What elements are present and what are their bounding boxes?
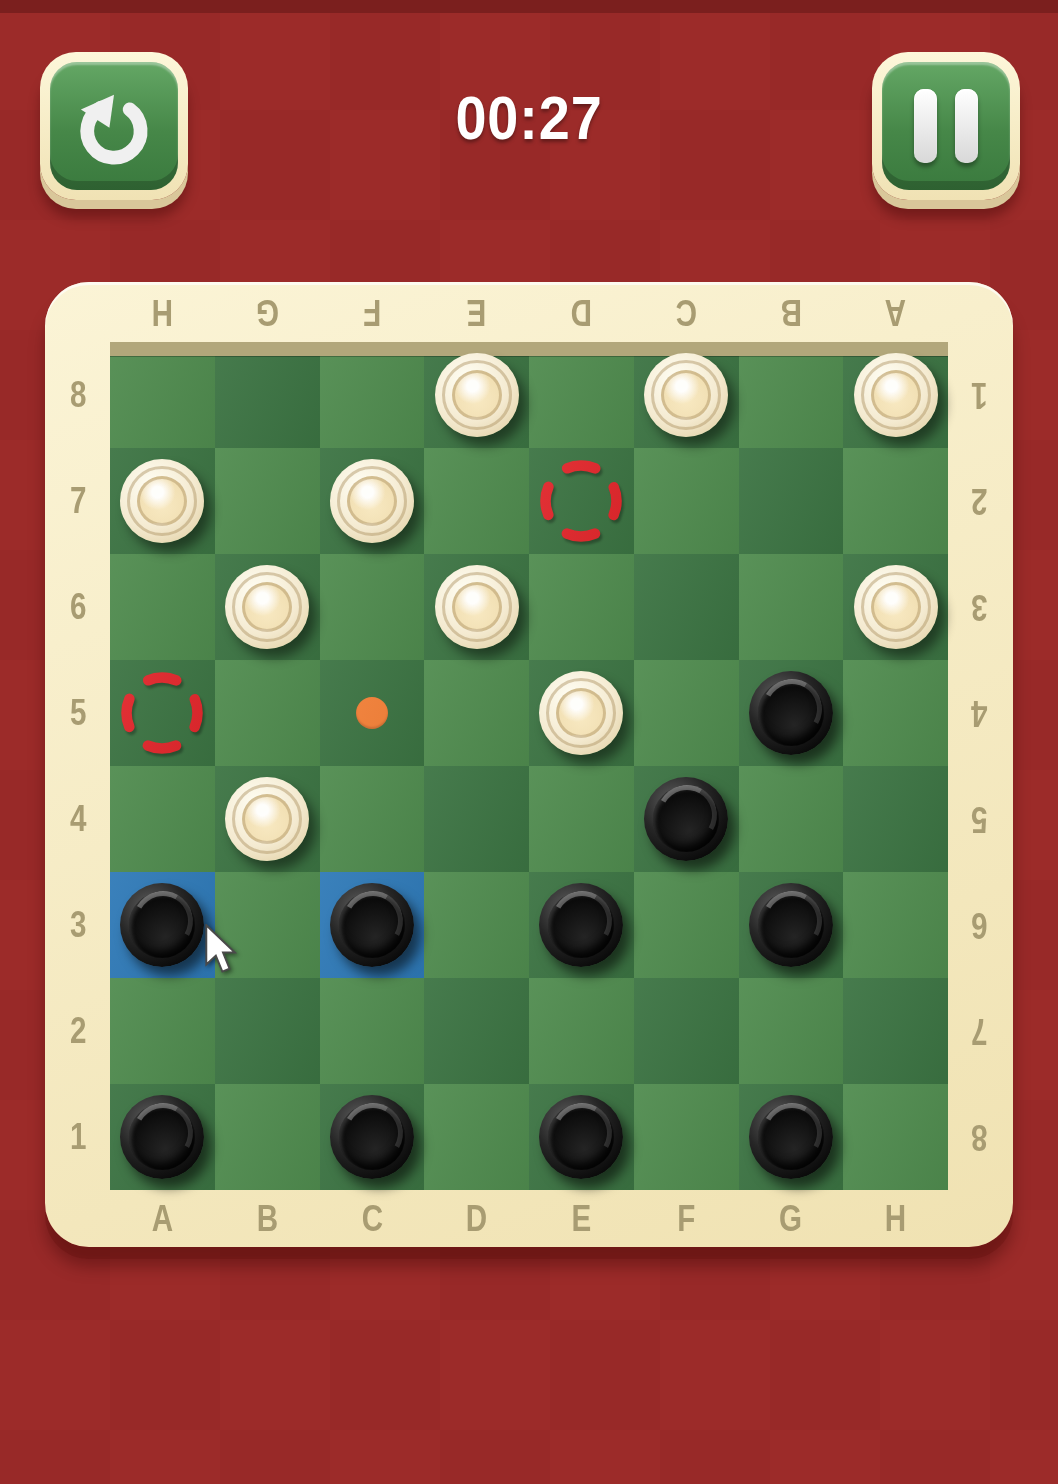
- square-g7[interactable]: [739, 448, 844, 554]
- move-dot-c5: [356, 697, 388, 729]
- square-c7[interactable]: [320, 448, 425, 554]
- black-piece-c1[interactable]: [330, 1095, 414, 1179]
- square-b6[interactable]: [215, 554, 320, 660]
- capture-target-ring-e7: [533, 453, 629, 549]
- square-h8[interactable]: [843, 342, 948, 448]
- white-piece-d6[interactable]: [435, 565, 519, 649]
- square-d1[interactable]: [424, 1084, 529, 1190]
- white-piece-h8[interactable]: [854, 353, 938, 437]
- square-b2[interactable]: [215, 978, 320, 1084]
- square-e5[interactable]: [529, 660, 634, 766]
- square-c5[interactable]: [320, 660, 425, 766]
- square-a2[interactable]: [110, 978, 215, 1084]
- mouse-cursor: [203, 924, 237, 974]
- square-h4[interactable]: [843, 766, 948, 872]
- square-a7[interactable]: [110, 448, 215, 554]
- square-b4[interactable]: [215, 766, 320, 872]
- square-d8[interactable]: [424, 342, 529, 448]
- square-c2[interactable]: [320, 978, 425, 1084]
- square-e1[interactable]: [529, 1084, 634, 1190]
- square-b1[interactable]: [215, 1084, 320, 1190]
- square-b5[interactable]: [215, 660, 320, 766]
- square-h1[interactable]: [843, 1084, 948, 1190]
- square-h7[interactable]: [843, 448, 948, 554]
- timer-display: 00:27: [53, 82, 1005, 153]
- square-f3[interactable]: [634, 872, 739, 978]
- white-piece-b6[interactable]: [225, 565, 309, 649]
- square-g1[interactable]: [739, 1084, 844, 1190]
- black-piece-a3[interactable]: [120, 883, 204, 967]
- square-e7[interactable]: [529, 448, 634, 554]
- square-c3[interactable]: [320, 872, 425, 978]
- square-c6[interactable]: [320, 554, 425, 660]
- square-f4[interactable]: [634, 766, 739, 872]
- square-f1[interactable]: [634, 1084, 739, 1190]
- square-f6[interactable]: [634, 554, 739, 660]
- white-piece-f8[interactable]: [644, 353, 728, 437]
- square-c8[interactable]: [320, 342, 425, 448]
- pause-bars-icon: [905, 89, 987, 163]
- square-d7[interactable]: [424, 448, 529, 554]
- square-a4[interactable]: [110, 766, 215, 872]
- square-d2[interactable]: [424, 978, 529, 1084]
- square-f2[interactable]: [634, 978, 739, 1084]
- square-f7[interactable]: [634, 448, 739, 554]
- square-g6[interactable]: [739, 554, 844, 660]
- square-e8[interactable]: [529, 342, 634, 448]
- square-g3[interactable]: [739, 872, 844, 978]
- black-piece-e3[interactable]: [539, 883, 623, 967]
- pause-button[interactable]: [872, 52, 1020, 200]
- white-piece-e5[interactable]: [539, 671, 623, 755]
- square-h6[interactable]: [843, 554, 948, 660]
- square-f5[interactable]: [634, 660, 739, 766]
- black-piece-g1[interactable]: [749, 1095, 833, 1179]
- square-a1[interactable]: [110, 1084, 215, 1190]
- square-a6[interactable]: [110, 554, 215, 660]
- square-e3[interactable]: [529, 872, 634, 978]
- checkers-board[interactable]: [110, 342, 948, 1190]
- square-e6[interactable]: [529, 554, 634, 660]
- square-g4[interactable]: [739, 766, 844, 872]
- white-piece-b4[interactable]: [225, 777, 309, 861]
- square-b8[interactable]: [215, 342, 320, 448]
- top-dark-band: [0, 0, 1058, 13]
- black-piece-a1[interactable]: [120, 1095, 204, 1179]
- square-g8[interactable]: [739, 342, 844, 448]
- black-piece-f4[interactable]: [644, 777, 728, 861]
- square-a5[interactable]: [110, 660, 215, 766]
- white-piece-a7[interactable]: [120, 459, 204, 543]
- square-d3[interactable]: [424, 872, 529, 978]
- square-e4[interactable]: [529, 766, 634, 872]
- white-piece-d8[interactable]: [435, 353, 519, 437]
- square-b7[interactable]: [215, 448, 320, 554]
- square-d5[interactable]: [424, 660, 529, 766]
- square-h5[interactable]: [843, 660, 948, 766]
- black-piece-e1[interactable]: [539, 1095, 623, 1179]
- square-d6[interactable]: [424, 554, 529, 660]
- square-a3[interactable]: [110, 872, 215, 978]
- square-d4[interactable]: [424, 766, 529, 872]
- square-g5[interactable]: [739, 660, 844, 766]
- square-c1[interactable]: [320, 1084, 425, 1190]
- white-piece-h6[interactable]: [854, 565, 938, 649]
- black-piece-c3[interactable]: [330, 883, 414, 967]
- square-c4[interactable]: [320, 766, 425, 872]
- black-piece-g5[interactable]: [749, 671, 833, 755]
- square-e2[interactable]: [529, 978, 634, 1084]
- board-top-shadow: [110, 342, 948, 356]
- pause-button-face: [882, 62, 1010, 190]
- square-h2[interactable]: [843, 978, 948, 1084]
- square-f8[interactable]: [634, 342, 739, 448]
- square-h3[interactable]: [843, 872, 948, 978]
- white-piece-c7[interactable]: [330, 459, 414, 543]
- capture-target-ring-a5: [114, 665, 210, 761]
- square-g2[interactable]: [739, 978, 844, 1084]
- square-a8[interactable]: [110, 342, 215, 448]
- black-piece-g3[interactable]: [749, 883, 833, 967]
